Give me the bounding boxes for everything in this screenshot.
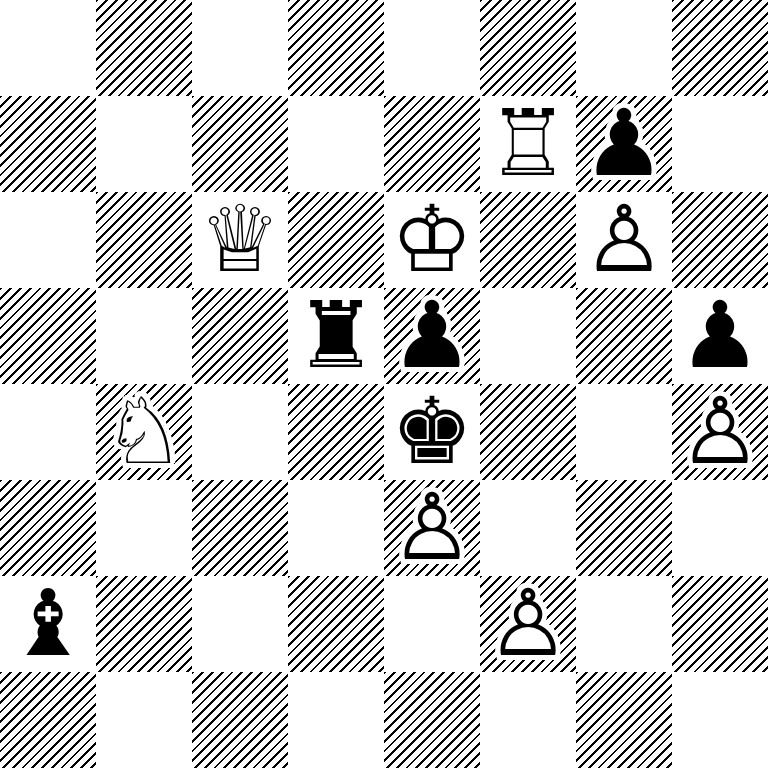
- white-rook-glyph: ♖: [480, 96, 576, 192]
- square-e7[interactable]: [384, 96, 480, 192]
- square-b8[interactable]: [96, 0, 192, 96]
- square-h5[interactable]: ♟♟: [672, 288, 768, 384]
- white-pawn[interactable]: ♟♙: [480, 576, 576, 672]
- square-g5[interactable]: [576, 288, 672, 384]
- square-b5[interactable]: [96, 288, 192, 384]
- square-d7[interactable]: [288, 96, 384, 192]
- square-h3[interactable]: [672, 480, 768, 576]
- square-f4[interactable]: [480, 384, 576, 480]
- white-pawn-glyph: ♙: [672, 384, 768, 480]
- square-c1[interactable]: [192, 672, 288, 768]
- white-king-glyph: ♔: [384, 192, 480, 288]
- white-pawn[interactable]: ♟♙: [384, 480, 480, 576]
- square-e5[interactable]: ♟♟: [384, 288, 480, 384]
- square-b6[interactable]: [96, 192, 192, 288]
- black-pawn[interactable]: ♟♟: [384, 288, 480, 384]
- black-bishop[interactable]: ♝♝: [0, 576, 96, 672]
- square-b1[interactable]: [96, 672, 192, 768]
- square-c5[interactable]: [192, 288, 288, 384]
- square-d3[interactable]: [288, 480, 384, 576]
- white-king[interactable]: ♚♔: [384, 192, 480, 288]
- white-knight[interactable]: ♞♘: [96, 384, 192, 480]
- white-knight-glyph: ♘: [96, 384, 192, 480]
- square-g4[interactable]: [576, 384, 672, 480]
- black-pawn-glyph: ♟: [576, 96, 672, 192]
- square-f6[interactable]: [480, 192, 576, 288]
- black-pawn-glyph: ♟: [672, 288, 768, 384]
- square-h4[interactable]: ♟♙: [672, 384, 768, 480]
- square-c7[interactable]: [192, 96, 288, 192]
- square-g6[interactable]: ♟♙: [576, 192, 672, 288]
- square-c2[interactable]: [192, 576, 288, 672]
- square-g3[interactable]: [576, 480, 672, 576]
- square-g7[interactable]: ♟♟: [576, 96, 672, 192]
- square-d1[interactable]: [288, 672, 384, 768]
- square-c3[interactable]: [192, 480, 288, 576]
- square-d6[interactable]: [288, 192, 384, 288]
- square-f2[interactable]: ♟♙: [480, 576, 576, 672]
- square-f7[interactable]: ♜♖: [480, 96, 576, 192]
- square-c6[interactable]: ♛♕: [192, 192, 288, 288]
- white-queen[interactable]: ♛♕: [192, 192, 288, 288]
- square-f8[interactable]: [480, 0, 576, 96]
- square-a8[interactable]: [0, 0, 96, 96]
- white-pawn-glyph: ♙: [480, 576, 576, 672]
- square-h1[interactable]: [672, 672, 768, 768]
- square-b2[interactable]: [96, 576, 192, 672]
- white-pawn[interactable]: ♟♙: [672, 384, 768, 480]
- square-e3[interactable]: ♟♙: [384, 480, 480, 576]
- square-a2[interactable]: ♝♝: [0, 576, 96, 672]
- square-d4[interactable]: [288, 384, 384, 480]
- square-c8[interactable]: [192, 0, 288, 96]
- black-pawn[interactable]: ♟♟: [672, 288, 768, 384]
- square-h6[interactable]: [672, 192, 768, 288]
- square-e6[interactable]: ♚♔: [384, 192, 480, 288]
- white-rook[interactable]: ♜♖: [480, 96, 576, 192]
- black-pawn-glyph: ♟: [384, 288, 480, 384]
- black-rook[interactable]: ♜♜: [288, 288, 384, 384]
- square-b4[interactable]: ♞♘: [96, 384, 192, 480]
- square-e8[interactable]: [384, 0, 480, 96]
- square-g8[interactable]: [576, 0, 672, 96]
- square-f3[interactable]: [480, 480, 576, 576]
- square-e1[interactable]: [384, 672, 480, 768]
- white-pawn[interactable]: ♟♙: [576, 192, 672, 288]
- square-b3[interactable]: [96, 480, 192, 576]
- chess-board: ♜♖♟♟♛♕♚♔♟♙♜♜♟♟♟♟♞♘♚♚♟♙♟♙♝♝♟♙: [0, 0, 768, 768]
- black-rook-glyph: ♜: [288, 288, 384, 384]
- square-e2[interactable]: [384, 576, 480, 672]
- black-king[interactable]: ♚♚: [384, 384, 480, 480]
- square-h8[interactable]: [672, 0, 768, 96]
- square-h2[interactable]: [672, 576, 768, 672]
- square-d8[interactable]: [288, 0, 384, 96]
- black-king-glyph: ♚: [384, 384, 480, 480]
- white-pawn-glyph: ♙: [576, 192, 672, 288]
- square-e4[interactable]: ♚♚: [384, 384, 480, 480]
- square-h7[interactable]: [672, 96, 768, 192]
- square-f1[interactable]: [480, 672, 576, 768]
- square-a5[interactable]: [0, 288, 96, 384]
- square-c4[interactable]: [192, 384, 288, 480]
- square-b7[interactable]: [96, 96, 192, 192]
- white-pawn-glyph: ♙: [384, 480, 480, 576]
- square-d5[interactable]: ♜♜: [288, 288, 384, 384]
- square-f5[interactable]: [480, 288, 576, 384]
- square-a1[interactable]: [0, 672, 96, 768]
- square-a3[interactable]: [0, 480, 96, 576]
- black-bishop-glyph: ♝: [0, 576, 96, 672]
- square-a7[interactable]: [0, 96, 96, 192]
- white-queen-glyph: ♕: [192, 192, 288, 288]
- square-a6[interactable]: [0, 192, 96, 288]
- square-d2[interactable]: [288, 576, 384, 672]
- square-g2[interactable]: [576, 576, 672, 672]
- square-a4[interactable]: [0, 384, 96, 480]
- black-pawn[interactable]: ♟♟: [576, 96, 672, 192]
- square-g1[interactable]: [576, 672, 672, 768]
